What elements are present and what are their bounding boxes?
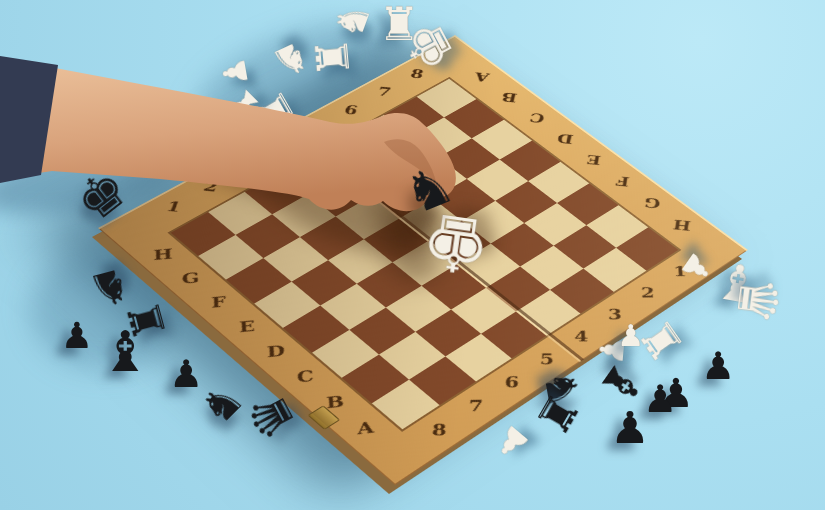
rank-label-left-7: 7 [377,85,393,98]
file-label-bottom-A: A [356,419,374,436]
file-label-top-A: A [473,70,490,83]
black-pawn-standing[interactable]: ♟ [169,355,203,393]
rank-label-right-8: 8 [432,422,447,438]
black-pawn-standing[interactable]: ♟ [701,347,735,385]
file-label-bottom-D: D [266,343,285,359]
file-label-top-E: E [585,152,601,166]
file-label-bottom-C: C [296,368,314,385]
rank-label-right-4: 4 [575,329,589,343]
white-pawn-fallen[interactable]: ♟ [488,418,536,466]
file-label-top-H: H [672,217,692,232]
black-pawn-standing[interactable]: ♟ [61,318,93,354]
rank-label-left-2: 2 [202,180,220,194]
file-label-top-B: B [500,90,518,103]
file-label-top-F: F [615,174,630,188]
white-pawn-standing[interactable]: ♟ [618,321,645,351]
file-label-bottom-H: H [153,247,173,262]
photo-canvas: ABCDEFGHHGFEDCBA8765432112345678 ♚♞♜♞♚♜♞… [0,0,825,510]
rank-label-right-6: 6 [505,375,520,390]
file-label-top-C: C [528,111,545,124]
file-label-bottom-B: B [325,394,344,411]
rank-label-right-7: 7 [469,398,484,413]
rank-label-left-5: 5 [309,122,326,135]
file-label-top-D: D [556,131,574,145]
black-pawn-standing[interactable]: ♟ [610,406,649,450]
file-label-top-G: G [643,195,661,209]
file-label-bottom-F: F [211,294,226,309]
white-queen-fallen[interactable]: ♛ [727,273,786,328]
rank-label-right-5: 5 [540,352,554,367]
file-label-bottom-G: G [181,270,199,285]
rank-label-left-1: 1 [165,200,183,214]
rank-label-right-2: 2 [641,286,655,300]
rank-label-left-6: 6 [343,103,360,116]
black-bishop-standing[interactable]: ♝ [100,324,150,380]
file-label-bottom-E: E [238,319,255,335]
